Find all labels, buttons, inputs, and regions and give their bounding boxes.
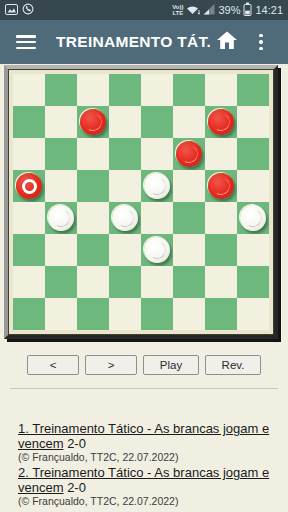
kebab-menu-icon — [251, 34, 271, 51]
board-square[interactable] — [45, 202, 77, 234]
board-square[interactable] — [205, 298, 237, 330]
wifi-icon — [186, 4, 200, 17]
board-square[interactable] — [141, 138, 173, 170]
board-square[interactable] — [205, 170, 237, 202]
next-move-button[interactable]: > — [85, 355, 137, 375]
board-square[interactable] — [237, 170, 269, 202]
board-square[interactable] — [109, 266, 141, 298]
battery-icon — [243, 2, 252, 18]
board-square[interactable] — [13, 106, 45, 138]
board-square[interactable] — [173, 202, 205, 234]
overflow-menu-button[interactable] — [244, 25, 278, 59]
board-square[interactable] — [77, 106, 109, 138]
board-square[interactable] — [173, 298, 205, 330]
board-square[interactable] — [173, 170, 205, 202]
board-square[interactable] — [109, 138, 141, 170]
exercise-score: 2-0 — [64, 436, 86, 451]
board-square[interactable] — [237, 234, 269, 266]
board-square[interactable] — [141, 106, 173, 138]
board-square[interactable] — [77, 138, 109, 170]
volte-icon: Vo)) LTE — [172, 4, 183, 16]
exercise-score: 2-0 — [64, 480, 86, 495]
exercise-link[interactable]: 1. Treinamento Tático - As brancas jogam… — [18, 421, 269, 451]
board-square[interactable] — [13, 298, 45, 330]
board-square[interactable] — [205, 74, 237, 106]
board-square[interactable] — [77, 170, 109, 202]
board-frame — [4, 65, 278, 339]
red-piece[interactable] — [208, 173, 234, 199]
red-piece[interactable] — [208, 109, 234, 135]
screenshot-icon — [5, 4, 18, 17]
board-square[interactable] — [237, 106, 269, 138]
home-button[interactable] — [210, 25, 244, 59]
board-square[interactable] — [141, 202, 173, 234]
board-square[interactable] — [141, 170, 173, 202]
white-piece[interactable] — [240, 205, 266, 231]
board-square[interactable] — [237, 74, 269, 106]
board-square[interactable] — [109, 106, 141, 138]
play-button[interactable]: Play — [143, 355, 199, 375]
whatsapp-icon — [22, 3, 34, 17]
white-piece[interactable] — [144, 173, 170, 199]
battery-percent: 39% — [218, 4, 240, 16]
exercise-link[interactable]: 2. Treinamento Tático - As brancas jogam… — [18, 465, 269, 495]
menu-icon[interactable] — [16, 35, 36, 49]
board-square[interactable] — [13, 234, 45, 266]
board-square[interactable] — [173, 266, 205, 298]
board-square[interactable] — [109, 170, 141, 202]
board-square[interactable] — [13, 74, 45, 106]
app-bar: TREINAMENTO TÁT... — [0, 20, 288, 64]
board-square[interactable] — [13, 138, 45, 170]
checkers-board[interactable] — [13, 74, 269, 330]
board-square[interactable] — [77, 74, 109, 106]
home-icon — [216, 31, 238, 54]
board-square[interactable] — [237, 266, 269, 298]
move-controls: < > Play Rev. — [27, 355, 261, 375]
board-square[interactable] — [45, 74, 77, 106]
board-square[interactable] — [173, 234, 205, 266]
board-square[interactable] — [13, 202, 45, 234]
board-square[interactable] — [141, 234, 173, 266]
board-square[interactable] — [205, 234, 237, 266]
status-bar: Vo)) LTE 39% 14:21 — [0, 0, 288, 20]
exercise-credit: (© Françualdo, TT2C, 22.07.2022) — [18, 495, 280, 507]
board-square[interactable] — [141, 298, 173, 330]
red-king-piece[interactable] — [16, 173, 42, 199]
board-square[interactable] — [205, 266, 237, 298]
page-title: TREINAMENTO TÁT... — [56, 33, 210, 51]
exercise-credit: (© Françualdo, TT2C, 22.07.2022) — [18, 451, 280, 463]
board-square[interactable] — [109, 234, 141, 266]
exercise-list: 1. Treinamento Tático - As brancas jogam… — [18, 421, 280, 512]
board-square[interactable] — [77, 234, 109, 266]
board-square[interactable] — [109, 74, 141, 106]
board-square[interactable] — [173, 106, 205, 138]
board-square[interactable] — [77, 202, 109, 234]
signal-icon — [203, 4, 215, 17]
board-square[interactable] — [237, 202, 269, 234]
board-inner-frame — [8, 69, 274, 335]
list-item: 1. Treinamento Tático - As brancas jogam… — [18, 421, 280, 463]
white-piece[interactable] — [112, 205, 138, 231]
white-piece[interactable] — [144, 237, 170, 263]
board-square[interactable] — [109, 298, 141, 330]
board-square[interactable] — [45, 234, 77, 266]
board-square[interactable] — [205, 202, 237, 234]
board-square[interactable] — [45, 298, 77, 330]
board-square[interactable] — [237, 138, 269, 170]
board-square[interactable] — [173, 74, 205, 106]
board-square[interactable] — [45, 266, 77, 298]
divider — [10, 388, 278, 389]
board-square[interactable] — [205, 106, 237, 138]
board-square[interactable] — [237, 298, 269, 330]
board-square[interactable] — [45, 138, 77, 170]
board-square[interactable] — [109, 202, 141, 234]
list-item: 2. Treinamento Tático - As brancas jogam… — [18, 465, 280, 507]
board-square[interactable] — [77, 298, 109, 330]
red-piece[interactable] — [80, 109, 106, 135]
clock: 14:21 — [255, 4, 283, 16]
review-button[interactable]: Rev. — [205, 355, 261, 375]
board-square[interactable] — [45, 106, 77, 138]
prev-move-button[interactable]: < — [27, 355, 79, 375]
board-square[interactable] — [13, 170, 45, 202]
board-square[interactable] — [13, 266, 45, 298]
board-square[interactable] — [173, 138, 205, 170]
red-piece[interactable] — [176, 141, 202, 167]
board-square[interactable] — [141, 266, 173, 298]
board-square[interactable] — [77, 266, 109, 298]
white-piece[interactable] — [48, 205, 74, 231]
board-square[interactable] — [45, 170, 77, 202]
board-square[interactable] — [141, 74, 173, 106]
screen: Vo)) LTE 39% 14:21 TREINAMENTO TÁT... — [0, 0, 288, 512]
board-square[interactable] — [205, 138, 237, 170]
